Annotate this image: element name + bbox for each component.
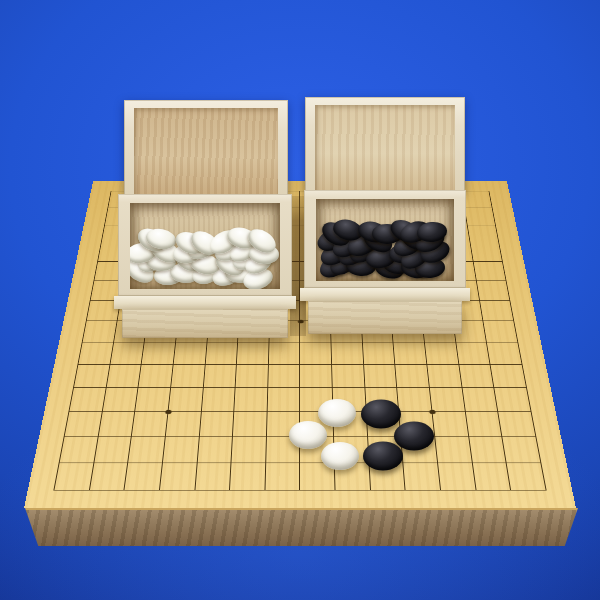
grid-cell	[171, 365, 205, 388]
star-point	[429, 410, 436, 414]
grid-cell	[466, 412, 503, 437]
grid-cell	[233, 412, 267, 437]
grid-cell	[265, 463, 300, 490]
grid-cell	[65, 412, 103, 437]
black-box-lid-panel	[315, 105, 455, 193]
grid-cell	[430, 388, 466, 412]
grid-cell	[333, 388, 367, 412]
white-box-lid	[124, 100, 288, 198]
black-stone-box	[304, 190, 466, 334]
grid-cell	[268, 365, 300, 388]
grid-cell	[368, 437, 404, 463]
grid-cell	[166, 412, 202, 437]
grid-cell	[205, 343, 238, 365]
grid-cell	[404, 463, 441, 490]
grid-cell	[234, 388, 268, 412]
black-box-lid	[305, 97, 465, 193]
grid-cell	[232, 437, 267, 463]
black-box-lip	[300, 288, 470, 301]
grid-cell	[203, 365, 237, 388]
grid-cell	[456, 343, 491, 365]
grid-cell	[163, 437, 200, 463]
grid-cell	[363, 343, 396, 365]
grid-cell	[469, 437, 507, 463]
grid-cell	[462, 191, 492, 208]
grid-cell	[300, 343, 332, 365]
grid-cell	[332, 343, 364, 365]
grid-cell	[473, 463, 512, 490]
grid-cell	[425, 343, 459, 365]
white-box-base	[122, 309, 288, 338]
grid-cell	[230, 463, 266, 490]
grid-cell	[462, 388, 498, 412]
grid-cell	[173, 343, 207, 365]
grid-cell	[142, 343, 176, 365]
grid-cell	[487, 343, 522, 365]
grid-cell	[394, 343, 428, 365]
grid-cell	[160, 463, 197, 490]
grid-cell	[267, 412, 301, 437]
board-front-face	[25, 508, 578, 546]
grid-cell	[237, 343, 269, 365]
grid-cell	[300, 365, 332, 388]
grid-cell	[74, 365, 110, 388]
grid-cell	[300, 463, 335, 490]
grid-cell	[300, 388, 333, 412]
grid-cell	[438, 463, 476, 490]
grid-cell	[335, 463, 371, 490]
black-box-body	[304, 190, 466, 288]
grid-cell	[433, 412, 469, 437]
grid-cell	[201, 388, 235, 412]
grid-cell	[491, 365, 527, 388]
grid-cell	[300, 437, 334, 463]
black-stone-heap	[316, 203, 454, 281]
grid-cell	[135, 388, 171, 412]
grid-cell	[98, 412, 135, 437]
grid-cell	[400, 412, 436, 437]
go-set-photo-scene	[0, 0, 600, 600]
grid-cell	[398, 388, 433, 412]
grid-cell	[54, 463, 94, 490]
grid-cell	[125, 463, 163, 490]
grid-cell	[90, 463, 129, 490]
grid-cell	[60, 437, 99, 463]
black-box-opening	[316, 199, 454, 281]
grid-cell	[474, 262, 507, 281]
grid-cell	[197, 437, 233, 463]
grid-cell	[499, 412, 537, 437]
grid-cell	[435, 437, 472, 463]
grid-cell	[495, 388, 532, 412]
white-box-opening	[130, 203, 280, 289]
grid-cell	[365, 388, 399, 412]
grid-cell	[503, 437, 542, 463]
grid-cell	[139, 365, 174, 388]
grid-cell	[195, 463, 232, 490]
grid-cell	[507, 463, 547, 490]
grid-cell	[468, 225, 499, 243]
grid-cell	[83, 321, 118, 342]
white-stone-heap	[130, 211, 280, 289]
grid-cell	[332, 365, 365, 388]
grid-cell	[69, 388, 106, 412]
white-box-lid-panel	[134, 108, 278, 198]
white-box-body	[118, 194, 292, 296]
grid-cell	[471, 243, 503, 261]
grid-cell	[78, 343, 113, 365]
grid-cell	[110, 343, 145, 365]
grid-cell	[266, 437, 300, 463]
grid-cell	[402, 437, 439, 463]
grid-cell	[396, 365, 430, 388]
grid-cell	[236, 365, 269, 388]
grid-cell	[128, 437, 165, 463]
white-stone-box	[118, 194, 292, 338]
grid-cell	[367, 412, 402, 437]
grid-cell	[459, 365, 495, 388]
grid-cell	[364, 365, 398, 388]
grid-cell	[267, 388, 300, 412]
grid-cell	[369, 463, 406, 490]
grid-cell	[465, 208, 496, 225]
white-box-lip	[114, 296, 296, 309]
grid-cell	[94, 437, 132, 463]
grid-cell	[269, 343, 301, 365]
grid-cell	[168, 388, 203, 412]
grid-cell	[427, 365, 462, 388]
grid-cell	[102, 388, 138, 412]
grid-cell	[333, 412, 367, 437]
grid-cell	[480, 301, 514, 322]
grid-cell	[106, 365, 142, 388]
grid-cell	[484, 321, 519, 342]
grid-cell	[199, 412, 234, 437]
grid-cell	[300, 412, 334, 437]
grid-cell	[477, 281, 510, 301]
black-box-base	[308, 301, 462, 334]
grid-cell	[334, 437, 369, 463]
grid-cell	[132, 412, 168, 437]
